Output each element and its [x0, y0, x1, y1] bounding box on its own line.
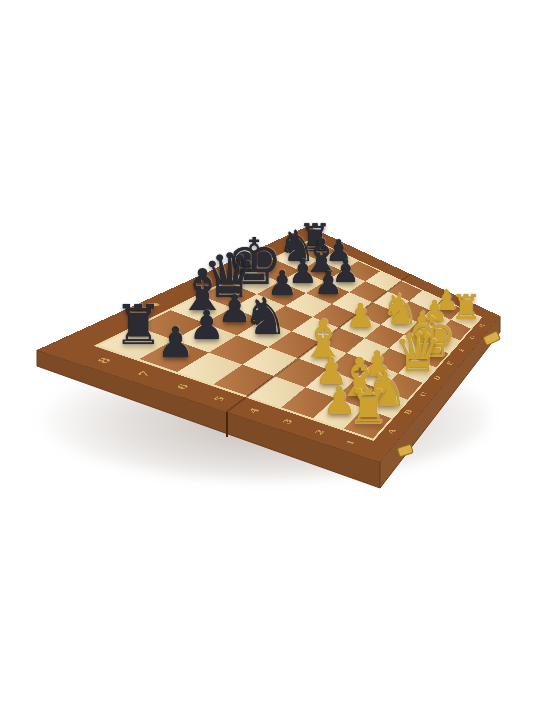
chess-piece-gold-pawn[interactable]: ♟: [346, 299, 376, 332]
rank-label: 4: [239, 402, 268, 420]
chess-piece-black-pawn[interactable]: ♟: [157, 321, 195, 363]
product-photo-canvas: 12345678ABCDEFGH ♜♝♛♚♞♜♟♟♟♟♟♝♟♞♟♟♝♟♟♞♟♝♟…: [0, 0, 540, 720]
rank-label: 3: [274, 413, 301, 431]
chess-piece-black-pawn[interactable]: ♟: [314, 266, 343, 298]
rank-label: 6: [165, 378, 199, 396]
rank-label: 2: [307, 423, 332, 441]
rank-label: 5: [203, 390, 235, 408]
chess-piece-black-rook[interactable]: ♜: [114, 297, 163, 352]
chess-piece-gold-rook[interactable]: ♜: [347, 385, 389, 432]
rank-label: 1: [338, 434, 362, 452]
rank-label: 7: [126, 365, 163, 383]
chess-piece-black-knight[interactable]: ♞: [242, 291, 288, 342]
